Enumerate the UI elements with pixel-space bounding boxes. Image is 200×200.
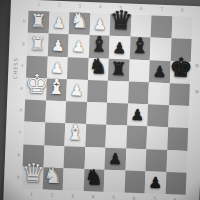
square-f6 — [128, 59, 149, 82]
square-g4 — [88, 35, 109, 58]
rank-label-bottom-3: 3 — [62, 193, 82, 200]
square-f7 — [149, 60, 170, 83]
file-label-a: a — [14, 174, 22, 179]
file-label-g: g — [19, 41, 27, 46]
square-f8 — [169, 61, 190, 84]
rank-label-top-6: 6 — [131, 6, 151, 15]
square-f2 — [46, 56, 67, 79]
square-c3 — [64, 123, 85, 146]
square-h2 — [48, 11, 69, 34]
rank-label-top-3: 3 — [70, 3, 90, 12]
square-d3 — [65, 101, 86, 124]
rank-label-bottom-6: 6 — [124, 195, 144, 200]
square-f5 — [108, 58, 129, 81]
square-g6 — [129, 37, 150, 60]
square-a2 — [42, 167, 63, 190]
square-g2 — [47, 34, 68, 57]
rank-label-top-7: 7 — [152, 6, 172, 15]
file-label-f: f — [18, 63, 26, 68]
rank-label-top-8: 8 — [172, 7, 192, 16]
square-d8 — [168, 105, 189, 128]
square-h7 — [151, 15, 172, 38]
square-h5 — [110, 14, 131, 37]
square-a6 — [124, 170, 145, 193]
fastener-dot — [196, 90, 199, 93]
square-e2 — [46, 78, 67, 101]
file-label-c: c — [16, 130, 24, 135]
square-a8 — [165, 172, 186, 195]
square-f4 — [87, 58, 108, 81]
square-h4 — [89, 13, 110, 36]
square-e3 — [66, 79, 87, 102]
file-label-b: b — [15, 152, 23, 157]
square-b4 — [84, 146, 105, 169]
file-label-h: h — [20, 18, 28, 23]
rank-label-bottom-8: 8 — [165, 197, 185, 200]
square-d2 — [45, 100, 66, 123]
rank-label-bottom-2: 2 — [42, 192, 62, 200]
square-g8 — [170, 38, 191, 61]
rank-label-bottom-5: 5 — [103, 195, 123, 200]
square-d5 — [106, 103, 127, 126]
square-g3 — [68, 34, 89, 57]
square-h1 — [28, 11, 49, 34]
square-c7 — [146, 127, 167, 150]
square-g1 — [27, 33, 48, 56]
square-b7 — [145, 149, 166, 172]
square-h3 — [69, 12, 90, 35]
rank-label-top-1: 1 — [29, 2, 49, 11]
chess-board: CHESS hgfedcba1234567812345678♛♞♝♚♝♟♟♜♟♟… — [3, 0, 200, 200]
square-h6 — [130, 15, 151, 38]
square-d1 — [24, 100, 45, 123]
square-f1 — [26, 55, 47, 78]
square-c1 — [23, 122, 44, 145]
square-b1 — [23, 144, 44, 167]
square-c6 — [126, 126, 147, 149]
square-a1 — [22, 166, 43, 189]
square-d7 — [147, 104, 168, 127]
square-b2 — [43, 145, 64, 168]
square-a7 — [145, 171, 166, 194]
square-e4 — [87, 80, 108, 103]
rank-label-bottom-4: 4 — [83, 194, 103, 200]
brand-text: CHESS — [12, 57, 19, 79]
rank-label-bottom-7: 7 — [144, 196, 164, 200]
board-grid — [22, 11, 193, 195]
square-e5 — [107, 81, 128, 104]
square-a3 — [63, 168, 84, 191]
square-c2 — [44, 123, 65, 146]
square-e1 — [25, 77, 46, 100]
square-d6 — [127, 104, 148, 127]
square-b5 — [105, 147, 126, 170]
square-e6 — [128, 81, 149, 104]
square-c5 — [105, 125, 126, 148]
square-a4 — [83, 169, 104, 192]
square-d4 — [86, 102, 107, 125]
square-c8 — [167, 127, 188, 150]
rank-label-top-2: 2 — [49, 2, 69, 11]
board-photo: CHESS hgfedcba1234567812345678♛♞♝♚♝♟♟♜♟♟… — [0, 0, 200, 200]
file-label-d: d — [17, 107, 25, 112]
square-c4 — [85, 124, 106, 147]
square-g5 — [109, 36, 130, 59]
square-g7 — [150, 38, 171, 61]
rank-label-top-5: 5 — [111, 5, 131, 14]
square-h8 — [171, 16, 192, 39]
file-label-e: e — [18, 85, 26, 90]
square-b8 — [166, 150, 187, 173]
square-a5 — [104, 169, 125, 192]
square-b6 — [125, 148, 146, 171]
square-f3 — [67, 57, 88, 80]
square-e7 — [148, 82, 169, 105]
rank-label-bottom-1: 1 — [21, 192, 41, 200]
fastener-dot — [196, 64, 199, 67]
square-e8 — [169, 83, 190, 106]
rank-label-top-4: 4 — [90, 4, 110, 13]
square-b3 — [64, 146, 85, 169]
